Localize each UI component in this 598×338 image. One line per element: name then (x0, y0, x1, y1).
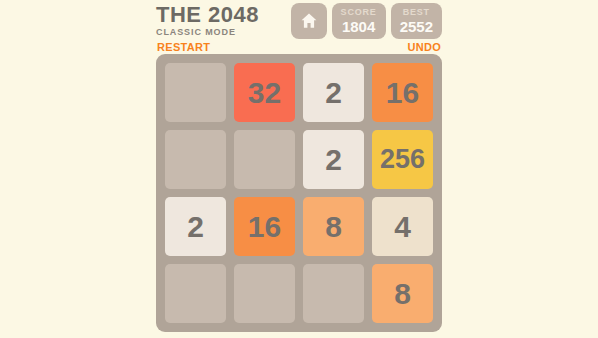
tile-8: 8 (372, 264, 433, 323)
tile-16: 16 (372, 63, 433, 122)
home-icon (299, 11, 319, 31)
undo-button[interactable]: UNDO (407, 41, 441, 53)
score-label: SCORE (341, 7, 377, 17)
tile-256: 256 (372, 130, 433, 189)
tile-2: 2 (165, 197, 226, 256)
empty-cell (303, 264, 364, 323)
empty-cell (165, 130, 226, 189)
tile-2: 2 (303, 63, 364, 122)
empty-cell (234, 264, 295, 323)
board: 322162256216848 (156, 54, 442, 332)
score-value: 1804 (341, 18, 377, 35)
controls-row: RESTART UNDO (157, 40, 441, 53)
app-subtitle: CLASSIC MODE (156, 28, 259, 37)
best-badge: BEST 2552 (391, 3, 442, 39)
score-badge: SCORE 1804 (332, 3, 386, 39)
app: THE 2048 CLASSIC MODE SCORE 1804 BEST 25… (156, 0, 442, 332)
tile-4: 4 (372, 197, 433, 256)
best-value: 2552 (400, 18, 433, 35)
tile-8: 8 (303, 197, 364, 256)
tile-32: 32 (234, 63, 295, 122)
hud: SCORE 1804 BEST 2552 (291, 3, 442, 39)
best-label: BEST (400, 7, 433, 17)
page: { "game": "2048", "position": "0,32,2,16… (0, 0, 598, 338)
empty-cell (165, 264, 226, 323)
header: THE 2048 CLASSIC MODE SCORE 1804 BEST 25… (156, 3, 442, 40)
empty-cell (165, 63, 226, 122)
restart-button[interactable]: RESTART (157, 41, 210, 53)
title-block: THE 2048 CLASSIC MODE (156, 3, 259, 37)
empty-cell (234, 130, 295, 189)
tile-2: 2 (303, 130, 364, 189)
tile-16: 16 (234, 197, 295, 256)
app-title: THE 2048 (156, 3, 259, 26)
home-button[interactable] (291, 3, 327, 39)
